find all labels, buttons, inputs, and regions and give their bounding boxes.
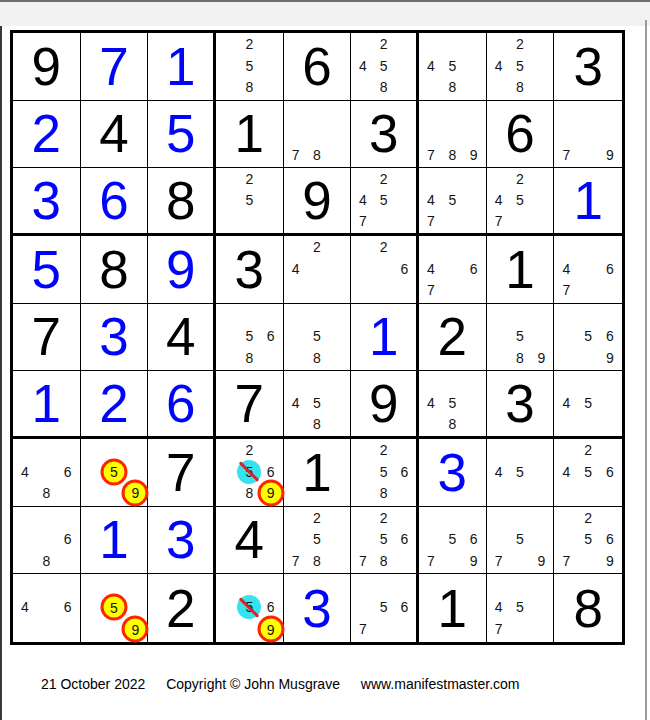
cell-r6c8[interactable]: 3	[487, 371, 555, 439]
cell-r9c5[interactable]: 3	[284, 574, 352, 642]
candidate-digit: 5	[576, 460, 600, 484]
given-digit: 4	[148, 304, 213, 371]
given-digit: 3	[351, 101, 416, 168]
candidate-digit: 5	[576, 391, 600, 415]
cell-r8c2[interactable]: 1	[81, 507, 149, 575]
cell-r7c9[interactable]: 2456	[554, 439, 622, 507]
cell-r3c2[interactable]: 6	[81, 168, 149, 236]
entered-digit: 6	[81, 168, 148, 233]
candidate-digit: 9	[462, 549, 486, 573]
candidate-digit: 6	[56, 527, 80, 551]
candidate-digit: 5	[508, 188, 532, 212]
candidate-digit: 4	[555, 460, 579, 484]
candidate-digit: 7	[351, 617, 375, 641]
cell-r7c8[interactable]: 45	[487, 439, 555, 507]
given-digit: 4	[216, 507, 283, 574]
cell-r1c1[interactable]: 9	[13, 33, 81, 101]
candidate-digit: 6	[56, 460, 80, 484]
candidate-yellow-circle: 5	[100, 594, 127, 621]
cell-r2c9[interactable]: 79	[554, 101, 622, 169]
candidate-digit: 8	[305, 412, 329, 436]
cell-r4c3[interactable]: 9	[148, 236, 216, 304]
candidate-yellow-circle: 9	[122, 479, 149, 506]
candidate-digit: 7	[419, 209, 443, 233]
candidate-digit: 7	[487, 617, 511, 641]
window-left-edge	[0, 26, 2, 720]
candidate-digit: 5	[372, 188, 396, 212]
cell-r6c1[interactable]: 1	[13, 371, 81, 439]
candidate-yellow-circle: 5	[100, 458, 127, 485]
candidate-digit: 6	[392, 460, 416, 484]
entered-digit: 3	[284, 574, 351, 642]
candidate-digit: 6	[462, 257, 486, 281]
cell-r9c9[interactable]: 8	[554, 574, 622, 642]
cell-r8c8[interactable]: 579	[487, 507, 555, 575]
cell-r4c1[interactable]: 5	[13, 236, 81, 304]
footer: 21 October 2022 Copyright © John Musgrav…	[41, 676, 631, 692]
cell-r2c8[interactable]: 6	[487, 101, 555, 169]
cell-r7c7[interactable]: 3	[419, 439, 487, 507]
cell-r6c9[interactable]: 45	[554, 371, 622, 439]
cell-r5c9[interactable]: 569	[554, 304, 622, 372]
cell-r5c4[interactable]: 568	[216, 304, 284, 372]
cell-r1c7[interactable]: 458	[419, 33, 487, 101]
candidate-cyan-strike: 5	[237, 595, 261, 619]
cell-r9c2[interactable]: 59	[81, 574, 149, 642]
candidate-digit: 5	[237, 188, 261, 212]
given-digit: 7	[148, 439, 213, 506]
given-digit: 6	[284, 33, 351, 100]
candidate-digit: 8	[237, 75, 261, 99]
entered-digit: 2	[81, 371, 148, 436]
cell-r5c8[interactable]: 589	[487, 304, 555, 372]
candidate-digit: 8	[34, 481, 58, 505]
candidate-cyan-strike: 5	[237, 460, 261, 484]
footer-date: 21 October 2022	[41, 676, 145, 692]
cell-r8c6[interactable]: 25678	[351, 507, 419, 575]
cell-r6c4[interactable]: 7	[216, 371, 284, 439]
cell-r5c3[interactable]: 4	[148, 304, 216, 372]
candidate-digit: 5	[576, 324, 600, 348]
candidate-digit: 9	[462, 143, 486, 167]
cell-r9c3[interactable]: 2	[148, 574, 216, 642]
cell-r2c1[interactable]: 2	[13, 101, 81, 169]
cell-r1c8[interactable]: 2458	[487, 33, 555, 101]
candidate-yellow-circle: 9	[257, 479, 284, 506]
cell-r5c7[interactable]: 2	[419, 304, 487, 372]
given-digit: 9	[13, 33, 80, 100]
cell-r7c2[interactable]: 59	[81, 439, 149, 507]
entered-digit: 3	[148, 507, 213, 574]
candidate-digit: 8	[372, 549, 396, 573]
given-digit: 8	[81, 236, 148, 303]
entered-digit: 9	[148, 236, 213, 303]
cell-r7c6[interactable]: 2568	[351, 439, 419, 507]
candidate-digit: 6	[392, 595, 416, 619]
candidate-digit: 8	[305, 549, 329, 573]
sudoku-board: 9712586245845824583245178378967936825924…	[10, 30, 625, 645]
given-digit: 1	[487, 236, 554, 303]
cell-r4c7[interactable]: 467	[419, 236, 487, 304]
given-digit: 7	[13, 304, 80, 371]
cell-r8c5[interactable]: 2578	[284, 507, 352, 575]
given-digit: 7	[216, 371, 283, 436]
candidate-digit: 6	[598, 257, 622, 281]
given-digit: 3	[216, 236, 283, 303]
candidate-digit: 8	[305, 143, 329, 167]
candidate-digit: 8	[440, 412, 464, 436]
cell-r6c6[interactable]: 9	[351, 371, 419, 439]
entered-digit: 3	[419, 439, 486, 506]
entered-digit: 1	[81, 507, 148, 574]
candidate-digit: 7	[419, 278, 443, 302]
entered-digit: 1	[148, 33, 213, 100]
candidate-digit: 6	[598, 460, 622, 484]
cell-r5c2[interactable]: 3	[81, 304, 149, 372]
cell-r4c2[interactable]: 8	[81, 236, 149, 304]
candidate-digit: 5	[576, 527, 600, 551]
cell-r8c7[interactable]: 5679	[419, 507, 487, 575]
cell-r6c5[interactable]: 458	[284, 371, 352, 439]
cell-r8c4[interactable]: 4	[216, 507, 284, 575]
given-digit: 3	[487, 371, 554, 436]
given-digit: 4	[81, 101, 148, 168]
cell-r9c7[interactable]: 1	[419, 574, 487, 642]
footer-copyright: Copyright © John Musgrave	[166, 676, 340, 692]
cell-r3c5[interactable]: 9	[284, 168, 352, 236]
given-digit: 8	[554, 574, 622, 642]
cell-r1c6[interactable]: 2458	[351, 33, 419, 101]
candidate-digit: 5	[508, 460, 532, 484]
candidate-digit: 9	[598, 143, 622, 167]
entered-digit: 3	[81, 304, 148, 371]
entered-digit: 1	[554, 168, 622, 233]
candidate-yellow-circle: 9	[257, 616, 284, 643]
cell-r4c9[interactable]: 467	[554, 236, 622, 304]
cell-r7c1[interactable]: 468	[13, 439, 81, 507]
candidate-digit: 5	[508, 595, 532, 619]
cell-r1c3[interactable]: 1	[148, 33, 216, 101]
candidate-digit: 9	[598, 346, 622, 370]
cell-r7c4[interactable]: 25689	[216, 439, 284, 507]
cell-r4c4[interactable]: 3	[216, 236, 284, 304]
candidate-digit: 9	[529, 549, 553, 573]
cell-r8c9[interactable]: 25679	[554, 507, 622, 575]
cell-r3c8[interactable]: 2457	[487, 168, 555, 236]
given-digit: 6	[487, 101, 554, 168]
window-top-strip	[0, 2, 650, 26]
cell-r9c1[interactable]: 46	[13, 574, 81, 642]
given-digit: 2	[148, 574, 213, 642]
candidate-digit: 7	[555, 143, 579, 167]
cell-r1c5[interactable]: 6	[284, 33, 352, 101]
candidate-digit: 8	[372, 75, 396, 99]
candidate-digit: 6	[392, 527, 416, 551]
cell-r9c6[interactable]: 567	[351, 574, 419, 642]
candidate-digit: 7	[487, 209, 511, 233]
cell-r7c3[interactable]: 7	[148, 439, 216, 507]
candidate-digit: 7	[487, 549, 511, 573]
candidate-digit: 7	[351, 209, 375, 233]
candidate-digit: 8	[305, 346, 329, 370]
given-digit: 9	[284, 168, 351, 233]
candidate-digit: 6	[259, 324, 283, 348]
candidate-digit: 2	[305, 235, 329, 259]
cell-r3c6[interactable]: 2457	[351, 168, 419, 236]
cell-r4c8[interactable]: 1	[487, 236, 555, 304]
cell-r3c3[interactable]: 8	[148, 168, 216, 236]
candidate-digit: 8	[34, 549, 58, 573]
cell-r8c1[interactable]: 68	[13, 507, 81, 575]
candidate-digit: 5	[440, 188, 464, 212]
candidate-digit: 8	[508, 75, 532, 99]
cell-r9c4[interactable]: 569	[216, 574, 284, 642]
candidate-digit: 7	[555, 278, 579, 302]
cell-r6c2[interactable]: 2	[81, 371, 149, 439]
entered-digit: 1	[351, 304, 416, 371]
window-right-edge	[645, 20, 647, 720]
entered-digit: 5	[13, 236, 80, 303]
candidate-digit: 6	[392, 257, 416, 281]
cell-r2c3[interactable]: 5	[148, 101, 216, 169]
footer-website[interactable]: www.manifestmaster.com	[361, 676, 520, 692]
cell-r3c4[interactable]: 25	[216, 168, 284, 236]
cell-r3c9[interactable]: 1	[554, 168, 622, 236]
given-digit: 2	[419, 304, 486, 371]
cell-r2c4[interactable]: 1	[216, 101, 284, 169]
cell-r9c8[interactable]: 457	[487, 574, 555, 642]
entered-digit: 6	[148, 371, 213, 436]
candidate-digit: 7	[555, 549, 579, 573]
cell-r5c5[interactable]: 58	[284, 304, 352, 372]
candidate-digit: 6	[56, 595, 80, 619]
given-digit: 1	[419, 574, 486, 642]
cell-r1c2[interactable]: 7	[81, 33, 149, 101]
candidate-yellow-circle: 9	[122, 616, 149, 643]
candidate-digit: 8	[372, 481, 396, 505]
cell-r1c9[interactable]: 3	[554, 33, 622, 101]
cell-r4c6[interactable]: 26	[351, 236, 419, 304]
cell-r5c1[interactable]: 7	[13, 304, 81, 372]
given-digit: 8	[148, 168, 213, 233]
given-digit: 1	[216, 101, 283, 168]
cell-r4c5[interactable]: 24	[284, 236, 352, 304]
cell-r8c3[interactable]: 3	[148, 507, 216, 575]
candidate-digit: 4	[555, 391, 579, 415]
cell-r1c4[interactable]: 258	[216, 33, 284, 101]
given-digit: 3	[554, 33, 622, 100]
cell-r7c5[interactable]: 1	[284, 439, 352, 507]
cell-r3c7[interactable]: 457	[419, 168, 487, 236]
candidate-digit: 8	[440, 75, 464, 99]
cell-r2c7[interactable]: 789	[419, 101, 487, 169]
candidate-digit: 8	[237, 346, 261, 370]
cell-r2c6[interactable]: 3	[351, 101, 419, 169]
entered-digit: 1	[13, 371, 80, 436]
candidate-digit: 7	[419, 549, 443, 573]
candidate-digit: 4	[284, 257, 308, 281]
given-digit: 9	[351, 371, 416, 436]
given-digit: 1	[284, 439, 351, 506]
candidate-digit: 9	[529, 346, 553, 370]
cell-r6c3[interactable]: 6	[148, 371, 216, 439]
entered-digit: 5	[148, 101, 213, 168]
cell-r2c5[interactable]: 78	[284, 101, 352, 169]
candidate-digit: 9	[598, 549, 622, 573]
candidate-digit: 4	[13, 595, 37, 619]
cell-r5c6[interactable]: 1	[351, 304, 419, 372]
entered-digit: 7	[81, 33, 148, 100]
entered-digit: 3	[13, 168, 80, 233]
entered-digit: 2	[13, 101, 80, 168]
cell-r2c2[interactable]: 4	[81, 101, 149, 169]
cell-r6c7[interactable]: 458	[419, 371, 487, 439]
cell-r3c1[interactable]: 3	[13, 168, 81, 236]
